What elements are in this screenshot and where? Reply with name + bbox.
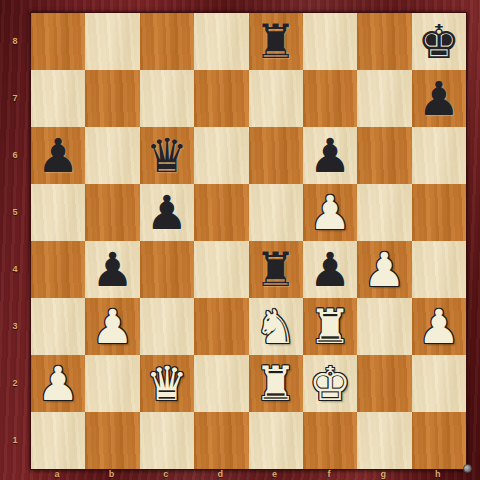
- square-a3[interactable]: [31, 298, 85, 355]
- file-label-b: b: [84, 468, 138, 480]
- square-f8[interactable]: [303, 13, 357, 70]
- square-e1[interactable]: [249, 412, 303, 469]
- file-label-g: g: [356, 468, 410, 480]
- piece-white-pawn-b3[interactable]: ♟: [85, 298, 139, 355]
- square-f7[interactable]: [303, 70, 357, 127]
- square-g1[interactable]: [357, 412, 411, 469]
- square-g6[interactable]: [357, 127, 411, 184]
- piece-black-pawn-b4[interactable]: ♟: [85, 241, 139, 298]
- square-a6[interactable]: ♟: [31, 127, 85, 184]
- square-g2[interactable]: [357, 355, 411, 412]
- piece-white-pawn-h3[interactable]: ♟: [412, 298, 466, 355]
- square-e5[interactable]: [249, 184, 303, 241]
- piece-black-pawn-f4[interactable]: ♟: [303, 241, 357, 298]
- piece-black-pawn-a6[interactable]: ♟: [31, 127, 85, 184]
- square-a1[interactable]: [31, 412, 85, 469]
- chess-board: ♜♚♟♟♛♟♟♟♟♜♟♟♟♞♜♟♟♛♜♚: [30, 12, 467, 470]
- piece-black-king-h8[interactable]: ♚: [412, 13, 466, 70]
- file-label-f: f: [302, 468, 356, 480]
- square-b7[interactable]: [85, 70, 139, 127]
- square-e8[interactable]: ♜: [249, 13, 303, 70]
- file-label-h: h: [411, 468, 465, 480]
- square-c5[interactable]: ♟: [140, 184, 194, 241]
- rank-label-5: 5: [0, 207, 30, 217]
- square-e7[interactable]: [249, 70, 303, 127]
- square-b1[interactable]: [85, 412, 139, 469]
- piece-white-rook-f3[interactable]: ♜: [303, 298, 357, 355]
- square-h1[interactable]: [412, 412, 466, 469]
- square-d3[interactable]: [194, 298, 248, 355]
- square-g7[interactable]: [357, 70, 411, 127]
- square-d1[interactable]: [194, 412, 248, 469]
- square-a4[interactable]: [31, 241, 85, 298]
- square-c3[interactable]: [140, 298, 194, 355]
- square-b6[interactable]: [85, 127, 139, 184]
- square-f3[interactable]: ♜: [303, 298, 357, 355]
- square-d4[interactable]: [194, 241, 248, 298]
- rank-label-2: 2: [0, 378, 30, 388]
- square-a8[interactable]: [31, 13, 85, 70]
- file-label-c: c: [139, 468, 193, 480]
- piece-white-pawn-a2[interactable]: ♟: [31, 355, 85, 412]
- square-c4[interactable]: [140, 241, 194, 298]
- square-a7[interactable]: [31, 70, 85, 127]
- piece-white-queen-c2[interactable]: ♛: [140, 355, 194, 412]
- square-f2[interactable]: ♚: [303, 355, 357, 412]
- piece-white-king-f2[interactable]: ♚: [303, 355, 357, 412]
- square-d8[interactable]: [194, 13, 248, 70]
- square-f4[interactable]: ♟: [303, 241, 357, 298]
- square-e6[interactable]: [249, 127, 303, 184]
- file-label-e: e: [248, 468, 302, 480]
- square-g5[interactable]: [357, 184, 411, 241]
- square-e2[interactable]: ♜: [249, 355, 303, 412]
- square-h6[interactable]: [412, 127, 466, 184]
- square-g8[interactable]: [357, 13, 411, 70]
- square-d7[interactable]: [194, 70, 248, 127]
- square-e4[interactable]: ♜: [249, 241, 303, 298]
- piece-black-rook-e8[interactable]: ♜: [249, 13, 303, 70]
- piece-black-rook-e4[interactable]: ♜: [249, 241, 303, 298]
- rank-label-4: 4: [0, 264, 30, 274]
- rank-label-1: 1: [0, 435, 30, 445]
- square-g4[interactable]: ♟: [357, 241, 411, 298]
- square-c7[interactable]: [140, 70, 194, 127]
- square-c8[interactable]: [140, 13, 194, 70]
- rank-label-8: 8: [0, 36, 30, 46]
- logo-dot-icon: [463, 464, 472, 473]
- square-g3[interactable]: [357, 298, 411, 355]
- square-e3[interactable]: ♞: [249, 298, 303, 355]
- file-label-d: d: [193, 468, 247, 480]
- square-f6[interactable]: ♟: [303, 127, 357, 184]
- square-a2[interactable]: ♟: [31, 355, 85, 412]
- square-h7[interactable]: ♟: [412, 70, 466, 127]
- piece-white-pawn-f5[interactable]: ♟: [303, 184, 357, 241]
- square-b5[interactable]: [85, 184, 139, 241]
- rank-label-3: 3: [0, 321, 30, 331]
- square-b3[interactable]: ♟: [85, 298, 139, 355]
- piece-black-pawn-h7[interactable]: ♟: [412, 70, 466, 127]
- piece-black-queen-c6[interactable]: ♛: [140, 127, 194, 184]
- square-c6[interactable]: ♛: [140, 127, 194, 184]
- square-b4[interactable]: ♟: [85, 241, 139, 298]
- square-h5[interactable]: [412, 184, 466, 241]
- rank-label-7: 7: [0, 93, 30, 103]
- board-frame: ♜♚♟♟♛♟♟♟♟♜♟♟♟♞♜♟♟♛♜♚ 87654321 abcdefgh: [0, 0, 480, 480]
- square-h8[interactable]: ♚: [412, 13, 466, 70]
- square-a5[interactable]: [31, 184, 85, 241]
- square-c2[interactable]: ♛: [140, 355, 194, 412]
- square-f5[interactable]: ♟: [303, 184, 357, 241]
- piece-black-pawn-f6[interactable]: ♟: [303, 127, 357, 184]
- square-f1[interactable]: [303, 412, 357, 469]
- square-b2[interactable]: [85, 355, 139, 412]
- piece-white-rook-e2[interactable]: ♜: [249, 355, 303, 412]
- rank-label-6: 6: [0, 150, 30, 160]
- file-label-a: a: [30, 468, 84, 480]
- square-d2[interactable]: [194, 355, 248, 412]
- square-h2[interactable]: [412, 355, 466, 412]
- piece-white-pawn-g4[interactable]: ♟: [357, 241, 411, 298]
- square-c1[interactable]: [140, 412, 194, 469]
- square-h3[interactable]: ♟: [412, 298, 466, 355]
- square-d5[interactable]: [194, 184, 248, 241]
- square-d6[interactable]: [194, 127, 248, 184]
- piece-black-pawn-c5[interactable]: ♟: [140, 184, 194, 241]
- square-b8[interactable]: [85, 13, 139, 70]
- square-h4[interactable]: [412, 241, 466, 298]
- piece-white-knight-e3[interactable]: ♞: [249, 298, 303, 355]
